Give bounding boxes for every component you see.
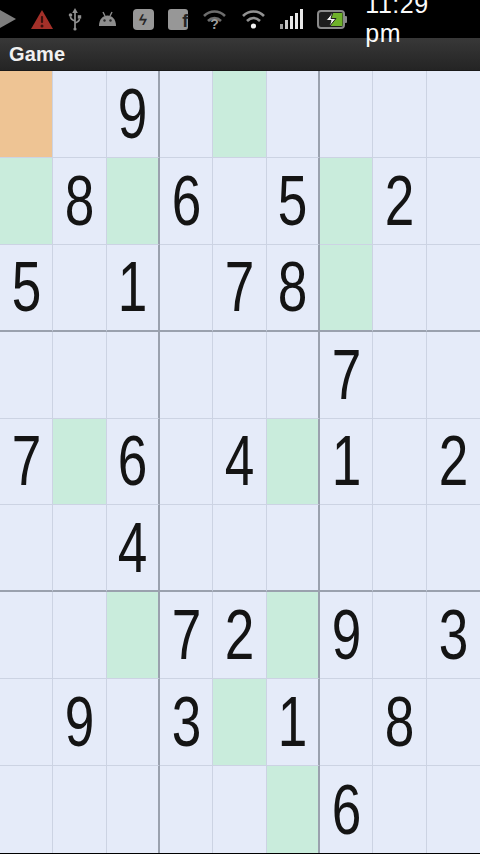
cell-r5c8[interactable]: [427, 505, 480, 592]
cell-digit: 6: [171, 166, 201, 236]
cell-r4c1[interactable]: [53, 419, 106, 506]
cell-r4c0[interactable]: 7: [0, 419, 53, 506]
cell-r4c4[interactable]: 4: [213, 419, 266, 506]
cell-digit: 9: [118, 79, 148, 149]
cell-r0c1[interactable]: [53, 71, 106, 158]
cell-r8c7[interactable]: [373, 766, 426, 853]
cell-digit: 8: [385, 687, 415, 757]
svg-text:?: ?: [211, 16, 220, 30]
cell-r3c3[interactable]: [160, 332, 213, 419]
cell-digit: 2: [385, 166, 415, 236]
cell-r4c5[interactable]: [267, 419, 320, 506]
cell-r3c4[interactable]: [213, 332, 266, 419]
facebook-icon: f: [168, 9, 189, 30]
cell-r1c5[interactable]: 5: [267, 158, 320, 245]
cell-r5c0[interactable]: [0, 505, 53, 592]
cell-r0c5[interactable]: [267, 71, 320, 158]
cell-r8c0[interactable]: [0, 766, 53, 853]
cell-r0c2[interactable]: 9: [107, 71, 160, 158]
cell-digit: 9: [331, 600, 361, 670]
cell-r7c7[interactable]: 8: [373, 679, 426, 766]
cell-r4c2[interactable]: 6: [107, 419, 160, 506]
cell-digit: 7: [11, 426, 41, 496]
cell-r5c2[interactable]: 4: [107, 505, 160, 592]
cell-r3c1[interactable]: [53, 332, 106, 419]
cell-r1c7[interactable]: 2: [373, 158, 426, 245]
cell-r1c1[interactable]: 8: [53, 158, 106, 245]
cell-r1c2[interactable]: [107, 158, 160, 245]
cell-r1c0[interactable]: [0, 158, 53, 245]
battery-charging-icon: [317, 10, 347, 29]
cell-r6c5[interactable]: [267, 592, 320, 679]
warning-icon: [30, 9, 54, 30]
cell-digit: 8: [278, 252, 308, 322]
page-title: Game: [9, 43, 65, 66]
cell-r6c4[interactable]: 2: [213, 592, 266, 679]
cell-r0c8[interactable]: [427, 71, 480, 158]
cell-r0c0[interactable]: [0, 71, 53, 158]
cell-r4c8[interactable]: 2: [427, 419, 480, 506]
cell-r5c6[interactable]: [320, 505, 373, 592]
cell-digit: 9: [65, 687, 95, 757]
cell-r7c2[interactable]: [107, 679, 160, 766]
cell-r7c5[interactable]: 1: [267, 679, 320, 766]
cell-r0c4[interactable]: [213, 71, 266, 158]
cell-digit: 7: [331, 340, 361, 410]
cell-r6c7[interactable]: [373, 592, 426, 679]
cell-r1c8[interactable]: [427, 158, 480, 245]
cell-r0c6[interactable]: [320, 71, 373, 158]
cell-r2c2[interactable]: 1: [107, 245, 160, 332]
cell-r1c3[interactable]: 6: [160, 158, 213, 245]
cell-r2c8[interactable]: [427, 245, 480, 332]
cell-digit: 3: [171, 687, 201, 757]
cell-digit: 1: [118, 252, 148, 322]
cell-r2c0[interactable]: 5: [0, 245, 53, 332]
cell-digit: 8: [65, 166, 95, 236]
cell-r1c6[interactable]: [320, 158, 373, 245]
cell-r8c2[interactable]: [107, 766, 160, 853]
cell-r6c1[interactable]: [53, 592, 106, 679]
cell-r6c8[interactable]: 3: [427, 592, 480, 679]
cell-digit: 5: [11, 252, 41, 322]
android-icon: [96, 11, 119, 28]
status-clock: 11:29 pm: [365, 0, 470, 48]
sudoku-board: 9865251787764124729393186: [0, 71, 480, 853]
cell-r3c2[interactable]: [107, 332, 160, 419]
cell-r3c7[interactable]: [373, 332, 426, 419]
wifi-question-icon: ?: [202, 9, 227, 30]
cell-r7c3[interactable]: 3: [160, 679, 213, 766]
cell-r8c6[interactable]: 6: [320, 766, 373, 853]
cell-digit: 6: [331, 775, 361, 845]
cell-r2c5[interactable]: 8: [267, 245, 320, 332]
cell-r0c7[interactable]: [373, 71, 426, 158]
cell-r7c6[interactable]: [320, 679, 373, 766]
cell-r5c7[interactable]: [373, 505, 426, 592]
cell-r3c6[interactable]: 7: [320, 332, 373, 419]
messenger-icon: ϟ: [133, 9, 154, 30]
cell-r2c6[interactable]: [320, 245, 373, 332]
cell-r6c6[interactable]: 9: [320, 592, 373, 679]
cell-r5c4[interactable]: [213, 505, 266, 592]
cell-digit: 7: [225, 252, 255, 322]
cell-digit: 2: [225, 600, 255, 670]
cell-r6c0[interactable]: [0, 592, 53, 679]
cell-r2c1[interactable]: [53, 245, 106, 332]
cell-r3c8[interactable]: [427, 332, 480, 419]
cell-r5c5[interactable]: [267, 505, 320, 592]
cell-r8c1[interactable]: [53, 766, 106, 853]
cell-r7c0[interactable]: [0, 679, 53, 766]
cell-r4c3[interactable]: [160, 419, 213, 506]
cell-r6c2[interactable]: [107, 592, 160, 679]
cell-digit: 2: [439, 426, 469, 496]
cell-r2c3[interactable]: [160, 245, 213, 332]
cell-r1c4[interactable]: [213, 158, 266, 245]
cell-r7c1[interactable]: 9: [53, 679, 106, 766]
status-bar: ϟ f ? 11:29 pm: [0, 0, 480, 38]
cell-digit: 7: [171, 600, 201, 670]
cell-r7c8[interactable]: [427, 679, 480, 766]
cell-digit: 1: [331, 426, 361, 496]
cell-digit: 5: [278, 166, 308, 236]
cell-digit: 4: [225, 426, 255, 496]
usb-icon: [68, 8, 82, 31]
play-icon: [0, 10, 16, 28]
cell-r6c3[interactable]: 7: [160, 592, 213, 679]
cell-r2c7[interactable]: [373, 245, 426, 332]
cell-r4c7[interactable]: [373, 419, 426, 506]
cell-r5c1[interactable]: [53, 505, 106, 592]
cell-r0c3[interactable]: [160, 71, 213, 158]
cell-r7c4[interactable]: [213, 679, 266, 766]
signal-bars-icon: [280, 9, 303, 29]
cell-r3c5[interactable]: [267, 332, 320, 419]
cell-digit: 1: [278, 687, 308, 757]
cell-r4c6[interactable]: 1: [320, 419, 373, 506]
cell-r8c5[interactable]: [267, 766, 320, 853]
cell-digit: 4: [118, 513, 148, 583]
wifi-icon: [241, 9, 266, 30]
cell-r2c4[interactable]: 7: [213, 245, 266, 332]
cell-digit: 6: [118, 426, 148, 496]
cell-r5c3[interactable]: [160, 505, 213, 592]
cell-r8c4[interactable]: [213, 766, 266, 853]
cell-r8c3[interactable]: [160, 766, 213, 853]
cell-digit: 3: [439, 600, 469, 670]
cell-r8c8[interactable]: [427, 766, 480, 853]
cell-r3c0[interactable]: [0, 332, 53, 419]
